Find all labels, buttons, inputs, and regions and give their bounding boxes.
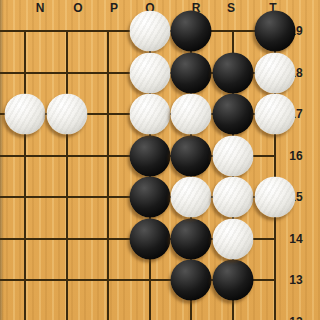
row-label-16: 16 [289,150,302,162]
stone-black-S17 [213,94,254,135]
stone-black-Q14 [129,218,170,259]
stone-black-R14 [171,218,212,259]
stone-white-S16 [213,135,254,176]
grid-line-vertical [107,30,109,320]
stone-white-R17 [171,94,212,135]
column-label-O: O [73,2,82,14]
stone-white-S15 [213,177,254,218]
stone-white-T17 [254,94,295,135]
stone-black-R18 [171,52,212,93]
stone-white-Q17 [129,94,170,135]
stone-white-O17 [46,94,87,135]
column-label-P: P [110,2,118,14]
column-label-N: N [36,2,45,14]
grid-line-vertical [66,30,68,320]
stone-white-Q19 [129,11,170,52]
stone-black-S18 [213,52,254,93]
stone-white-N17 [5,94,46,135]
stone-black-Q16 [129,135,170,176]
go-board[interactable]: NOPQRST1918171615141312 [0,0,320,320]
stone-white-T18 [254,52,295,93]
stone-black-Q15 [129,177,170,218]
row-label-14: 14 [289,233,302,245]
board-left-edge-shade [0,0,4,320]
row-label-12: 12 [289,316,302,320]
row-label-13: 13 [289,274,302,286]
stone-white-S14 [213,218,254,259]
stone-black-R19 [171,11,212,52]
stone-white-Q18 [129,52,170,93]
stone-black-R16 [171,135,212,176]
stone-black-T19 [254,11,295,52]
column-label-S: S [227,2,235,14]
stone-white-T15 [254,177,295,218]
go-app-screen: NOPQRST1918171615141312 [0,0,320,320]
grid-line-vertical [24,30,26,320]
stone-black-R13 [171,260,212,301]
stone-black-S13 [213,260,254,301]
stone-white-R15 [171,177,212,218]
